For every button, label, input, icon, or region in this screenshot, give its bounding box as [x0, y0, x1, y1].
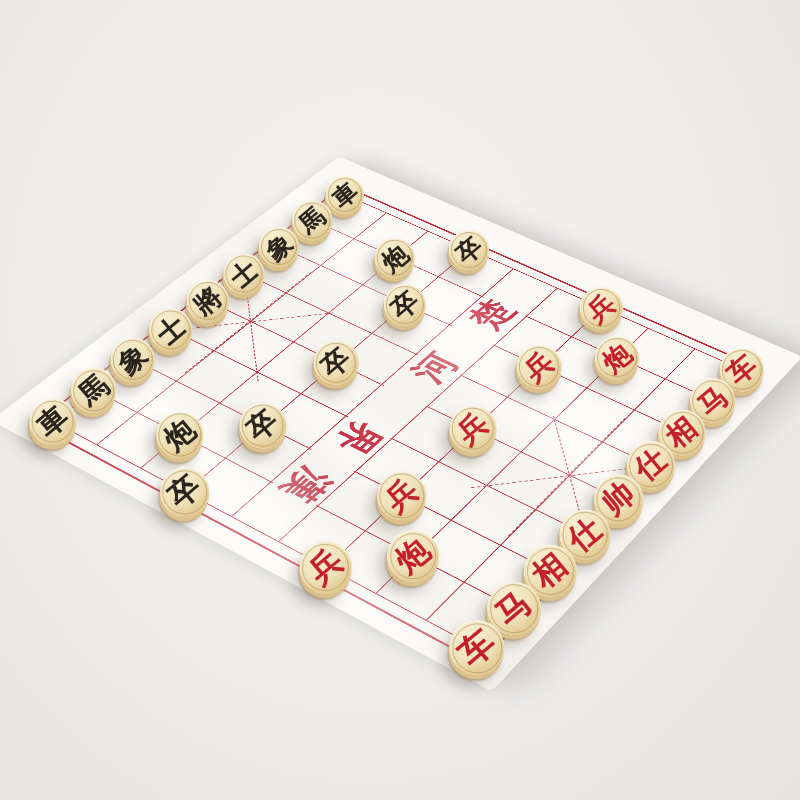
piece-red-cannon[interactable]: 炮: [595, 336, 639, 380]
piece-black-cannon[interactable]: 炮: [156, 412, 203, 459]
piece-red-soldier[interactable]: 兵: [377, 471, 426, 520]
piece-red-soldier[interactable]: 兵: [517, 344, 561, 388]
piece-black-advisor[interactable]: 士: [223, 253, 264, 294]
piece-character: 兵: [289, 531, 363, 605]
piece-black-horse[interactable]: 馬: [71, 368, 117, 414]
piece-character: 兵: [508, 335, 570, 397]
piece-red-cannon[interactable]: 炮: [387, 530, 439, 582]
piece-red-soldier[interactable]: 兵: [300, 541, 352, 593]
piece-black-general[interactable]: 將: [187, 280, 229, 322]
piece-red-soldier[interactable]: 兵: [580, 287, 622, 329]
piece-character: 卒: [441, 222, 497, 278]
piece-character: 炮: [377, 520, 450, 593]
piece-character: 炮: [586, 327, 648, 389]
piece-character: 兵: [367, 461, 436, 530]
piece-black-horse[interactable]: 馬: [293, 201, 332, 240]
piece-black-soldier[interactable]: 卒: [314, 341, 358, 385]
piece-red-soldier[interactable]: 兵: [449, 406, 496, 453]
piece-red-chariot[interactable]: 车: [449, 620, 504, 675]
piece-character: 卒: [150, 457, 220, 527]
piece-black-chariot[interactable]: 車: [30, 399, 77, 446]
piece-black-soldier[interactable]: 卒: [240, 402, 287, 449]
piece-character: 炮: [367, 229, 424, 286]
piece-black-elephant[interactable]: 象: [111, 338, 155, 382]
piece-black-chariot[interactable]: 車: [326, 176, 364, 214]
piece-character: 兵: [440, 396, 506, 462]
piece-character: 卒: [305, 332, 367, 394]
piece-black-elephant[interactable]: 象: [259, 226, 299, 266]
piece-black-advisor[interactable]: 士: [150, 308, 193, 351]
piece-character: 卒: [375, 275, 434, 334]
piece-character: 兵: [572, 278, 631, 337]
piece-black-cannon[interactable]: 炮: [375, 237, 415, 277]
piece-character: 炮: [147, 402, 213, 468]
photo-scene: 河 楚 漢 界 車馬象士將士象馬車炮炮卒卒卒卒卒兵兵兵兵兵炮炮车马相仕帅仕相马车: [0, 0, 800, 800]
piece-character: 卒: [230, 393, 296, 459]
piece-black-soldier[interactable]: 卒: [160, 468, 209, 517]
pieces-layer: 車馬象士將士象馬車炮炮卒卒卒卒卒兵兵兵兵兵炮炮车马相仕帅仕相马车: [0, 0, 800, 800]
piece-black-soldier[interactable]: 卒: [449, 230, 489, 270]
piece-black-soldier[interactable]: 卒: [384, 284, 426, 326]
